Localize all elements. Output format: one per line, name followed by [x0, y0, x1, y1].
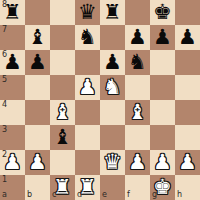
white-queen[interactable]: ♛ [103, 150, 122, 175]
black-pawn[interactable]: ♟ [153, 25, 172, 50]
square-h8[interactable] [175, 0, 200, 25]
white-pawn[interactable]: ♟ [78, 75, 97, 100]
square-a3[interactable]: 3 [0, 125, 25, 150]
square-d1[interactable]: d♜ [75, 175, 100, 200]
square-a8[interactable]: 8♜ [0, 0, 25, 25]
black-rook[interactable]: ♜ [3, 0, 22, 25]
black-rook[interactable]: ♜ [103, 0, 122, 25]
square-b2[interactable]: ♟ [25, 150, 50, 175]
square-a6[interactable]: 6♟ [0, 50, 25, 75]
square-h2[interactable]: ♟ [175, 150, 200, 175]
square-e4[interactable] [100, 100, 125, 125]
black-bishop[interactable]: ♝ [28, 25, 47, 50]
square-e3[interactable] [100, 125, 125, 150]
white-bishop[interactable]: ♝ [128, 100, 147, 125]
square-h7[interactable]: ♟ [175, 25, 200, 50]
rank-label-3: 3 [2, 126, 7, 134]
file-label-f: f [127, 191, 130, 199]
square-b8[interactable] [25, 0, 50, 25]
square-c3[interactable]: ♝ [50, 125, 75, 150]
square-e8[interactable]: ♜ [100, 0, 125, 25]
square-a5[interactable]: 5 [0, 75, 25, 100]
square-d5[interactable]: ♟ [75, 75, 100, 100]
square-d6[interactable] [75, 50, 100, 75]
black-pawn[interactable]: ♟ [28, 50, 47, 75]
square-c8[interactable] [50, 0, 75, 25]
chess-board: 8♜♛♜♚7♝♞♟♟♟6♟♟♟♞5♟♞4♝♝3♝2♟♟♛♟♟♟1abc♜d♜ef… [0, 0, 200, 200]
white-rook[interactable]: ♜ [53, 175, 72, 200]
white-rook[interactable]: ♜ [78, 175, 97, 200]
square-e7[interactable] [100, 25, 125, 50]
square-g4[interactable] [150, 100, 175, 125]
black-pawn[interactable]: ♟ [3, 50, 22, 75]
square-f8[interactable] [125, 0, 150, 25]
square-d8[interactable]: ♛ [75, 0, 100, 25]
black-king[interactable]: ♚ [153, 0, 172, 25]
rank-label-7: 7 [2, 26, 7, 34]
black-queen[interactable]: ♛ [78, 0, 97, 25]
black-pawn[interactable]: ♟ [128, 25, 147, 50]
square-f3[interactable] [125, 125, 150, 150]
square-g7[interactable]: ♟ [150, 25, 175, 50]
square-c2[interactable] [50, 150, 75, 175]
square-b6[interactable]: ♟ [25, 50, 50, 75]
square-h3[interactable] [175, 125, 200, 150]
square-e5[interactable]: ♞ [100, 75, 125, 100]
white-pawn[interactable]: ♟ [153, 150, 172, 175]
square-e1[interactable]: e [100, 175, 125, 200]
rank-label-4: 4 [2, 101, 7, 109]
square-b1[interactable]: b [25, 175, 50, 200]
square-c4[interactable]: ♝ [50, 100, 75, 125]
square-f6[interactable]: ♞ [125, 50, 150, 75]
rank-label-1: 1 [2, 176, 7, 184]
white-king[interactable]: ♚ [153, 175, 172, 200]
square-d7[interactable]: ♞ [75, 25, 100, 50]
square-a7[interactable]: 7 [0, 25, 25, 50]
square-a1[interactable]: 1a [0, 175, 25, 200]
square-f4[interactable]: ♝ [125, 100, 150, 125]
black-bishop[interactable]: ♝ [53, 125, 72, 150]
square-b7[interactable]: ♝ [25, 25, 50, 50]
white-knight[interactable]: ♞ [103, 75, 122, 100]
white-pawn[interactable]: ♟ [128, 150, 147, 175]
file-label-h: h [177, 191, 182, 199]
white-bishop[interactable]: ♝ [53, 100, 72, 125]
white-pawn[interactable]: ♟ [28, 150, 47, 175]
square-b5[interactable] [25, 75, 50, 100]
rank-label-5: 5 [2, 76, 7, 84]
square-e2[interactable]: ♛ [100, 150, 125, 175]
square-c5[interactable] [50, 75, 75, 100]
square-h5[interactable] [175, 75, 200, 100]
file-label-b: b [27, 191, 32, 199]
square-h1[interactable]: h [175, 175, 200, 200]
square-g5[interactable] [150, 75, 175, 100]
black-pawn[interactable]: ♟ [178, 25, 197, 50]
white-pawn[interactable]: ♟ [178, 150, 197, 175]
square-a4[interactable]: 4 [0, 100, 25, 125]
square-f2[interactable]: ♟ [125, 150, 150, 175]
black-knight[interactable]: ♞ [128, 50, 147, 75]
black-knight[interactable]: ♞ [78, 25, 97, 50]
square-e6[interactable]: ♟ [100, 50, 125, 75]
square-c6[interactable] [50, 50, 75, 75]
square-b4[interactable] [25, 100, 50, 125]
square-d2[interactable] [75, 150, 100, 175]
square-h4[interactable] [175, 100, 200, 125]
square-c1[interactable]: c♜ [50, 175, 75, 200]
square-d3[interactable] [75, 125, 100, 150]
black-pawn[interactable]: ♟ [103, 50, 122, 75]
white-pawn[interactable]: ♟ [3, 150, 22, 175]
file-label-e: e [102, 191, 107, 199]
square-h6[interactable] [175, 50, 200, 75]
square-c7[interactable] [50, 25, 75, 50]
square-g2[interactable]: ♟ [150, 150, 175, 175]
square-g6[interactable] [150, 50, 175, 75]
square-g1[interactable]: g♚ [150, 175, 175, 200]
square-f7[interactable]: ♟ [125, 25, 150, 50]
square-g8[interactable]: ♚ [150, 0, 175, 25]
square-d4[interactable] [75, 100, 100, 125]
square-f1[interactable]: f [125, 175, 150, 200]
square-a2[interactable]: 2♟ [0, 150, 25, 175]
file-label-a: a [2, 191, 7, 199]
square-f5[interactable] [125, 75, 150, 100]
square-b3[interactable] [25, 125, 50, 150]
square-g3[interactable] [150, 125, 175, 150]
